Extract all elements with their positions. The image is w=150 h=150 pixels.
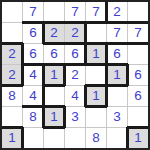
cell-r6c2[interactable]: 8: [23, 107, 43, 127]
cell-r6c4[interactable]: 3: [65, 107, 85, 127]
cell-r7c6[interactable]: [107, 128, 127, 148]
cell-r3c6[interactable]: 6: [107, 44, 127, 64]
cell-r4c6[interactable]: 1: [107, 65, 127, 85]
cell-r4c7[interactable]: 6: [128, 65, 148, 85]
cell-r4c3[interactable]: 1: [44, 65, 64, 85]
cell-r6c6[interactable]: 3: [107, 107, 127, 127]
cell-r1c1[interactable]: [2, 2, 22, 22]
cell-r2c2[interactable]: 6: [23, 23, 43, 43]
cell-r2c4[interactable]: 2: [65, 23, 85, 43]
cell-r2c7[interactable]: 7: [128, 23, 148, 43]
cell-r1c5[interactable]: 7: [86, 2, 106, 22]
cell-r3c7[interactable]: [128, 44, 148, 64]
cell-r5c1[interactable]: 8: [2, 86, 22, 106]
fillomino-board: 777262277266616241216844168133181: [0, 0, 150, 150]
cell-r2c1[interactable]: [2, 23, 22, 43]
cell-r4c4[interactable]: 2: [65, 65, 85, 85]
cell-r7c4[interactable]: [65, 128, 85, 148]
cell-r1c6[interactable]: 2: [107, 2, 127, 22]
cell-r7c7[interactable]: 1: [128, 128, 148, 148]
cell-r5c4[interactable]: 4: [65, 86, 85, 106]
cell-r5c5[interactable]: 1: [86, 86, 106, 106]
cell-r7c2[interactable]: [23, 128, 43, 148]
cell-r3c3[interactable]: 6: [44, 44, 64, 64]
cell-r6c1[interactable]: [2, 107, 22, 127]
cell-r7c5[interactable]: 8: [86, 128, 106, 148]
cell-r7c3[interactable]: [44, 128, 64, 148]
cell-r3c2[interactable]: 6: [23, 44, 43, 64]
cell-r5c7[interactable]: 6: [128, 86, 148, 106]
cell-r2c5[interactable]: [86, 23, 106, 43]
cell-r4c1[interactable]: 2: [2, 65, 22, 85]
cell-r3c5[interactable]: 1: [86, 44, 106, 64]
cell-r3c4[interactable]: 6: [65, 44, 85, 64]
cell-r5c3[interactable]: [44, 86, 64, 106]
cell-r2c3[interactable]: 2: [44, 23, 64, 43]
cell-r2c6[interactable]: 7: [107, 23, 127, 43]
cell-r6c7[interactable]: [128, 107, 148, 127]
cell-r1c7[interactable]: [128, 2, 148, 22]
cell-r5c6[interactable]: [107, 86, 127, 106]
cell-r7c1[interactable]: 1: [2, 128, 22, 148]
cell-r1c4[interactable]: 7: [65, 2, 85, 22]
cell-r5c2[interactable]: 4: [23, 86, 43, 106]
cell-r1c2[interactable]: 7: [23, 2, 43, 22]
cell-r1c3[interactable]: [44, 2, 64, 22]
cell-r6c3[interactable]: 1: [44, 107, 64, 127]
cell-r4c5[interactable]: [86, 65, 106, 85]
cell-r3c1[interactable]: 2: [2, 44, 22, 64]
cell-r4c2[interactable]: 4: [23, 65, 43, 85]
cell-r6c5[interactable]: [86, 107, 106, 127]
